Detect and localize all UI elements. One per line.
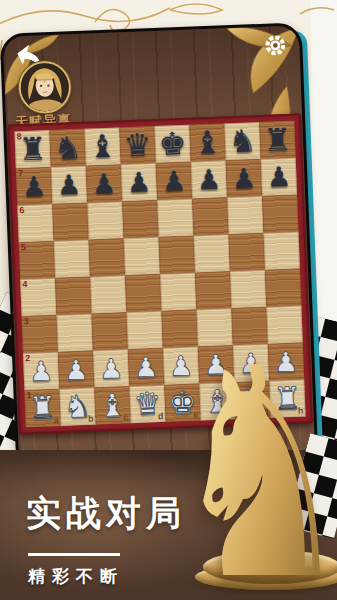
square-b4[interactable] bbox=[55, 277, 91, 315]
white-pawn: ♟ bbox=[93, 349, 129, 387]
square-g5[interactable] bbox=[229, 233, 265, 271]
banner-divider bbox=[28, 553, 120, 556]
square-f8[interactable]: ♝ bbox=[189, 123, 225, 161]
black-king: ♚ bbox=[154, 125, 190, 163]
file-label: b bbox=[88, 415, 94, 424]
square-a2[interactable]: 2♟ bbox=[23, 352, 59, 390]
square-c4[interactable] bbox=[90, 275, 126, 313]
black-pawn: ♟ bbox=[51, 166, 87, 204]
square-d6[interactable] bbox=[122, 200, 158, 238]
square-d2[interactable]: ♟ bbox=[128, 348, 164, 386]
square-a4[interactable]: 4 bbox=[20, 278, 56, 316]
rank-label: 3 bbox=[24, 317, 29, 326]
square-b3[interactable] bbox=[57, 314, 93, 352]
black-pawn: ♟ bbox=[191, 160, 227, 198]
banner-title: 实战对局 bbox=[26, 490, 186, 537]
square-c7[interactable]: ♟ bbox=[86, 164, 122, 202]
black-pawn: ♟ bbox=[121, 163, 157, 201]
file-label: c bbox=[123, 413, 128, 422]
white-pawn: ♟ bbox=[128, 348, 164, 386]
square-d4[interactable] bbox=[125, 274, 161, 312]
square-h5[interactable] bbox=[264, 232, 300, 270]
square-e8[interactable]: ♚ bbox=[154, 125, 190, 163]
black-bishop: ♝ bbox=[84, 127, 120, 165]
square-d1[interactable]: d♛ bbox=[129, 385, 165, 423]
file-label: d bbox=[158, 412, 164, 421]
square-a3[interactable]: 3 bbox=[22, 315, 58, 353]
square-c1[interactable]: c♝ bbox=[94, 386, 130, 424]
gold-knight-statue: ♞ bbox=[177, 352, 337, 592]
black-knight: ♞ bbox=[224, 122, 260, 160]
rank-label: 5 bbox=[21, 243, 26, 252]
square-b2[interactable]: ♟ bbox=[58, 351, 94, 389]
square-a7[interactable]: 7♟ bbox=[16, 167, 52, 205]
square-b5[interactable] bbox=[54, 240, 90, 278]
square-c6[interactable] bbox=[87, 201, 123, 239]
white-pawn: ♟ bbox=[58, 351, 94, 389]
square-c8[interactable]: ♝ bbox=[84, 127, 120, 165]
square-c5[interactable] bbox=[89, 238, 125, 276]
square-g8[interactable]: ♞ bbox=[224, 122, 260, 160]
rank-label: 1 bbox=[26, 391, 31, 400]
square-d3[interactable] bbox=[126, 311, 162, 349]
black-knight: ♞ bbox=[49, 129, 85, 167]
square-e6[interactable] bbox=[157, 199, 193, 237]
knight-statue-icon: ♞ bbox=[170, 364, 337, 580]
square-f5[interactable] bbox=[194, 234, 230, 272]
square-g6[interactable] bbox=[227, 196, 263, 234]
rank-label: 8 bbox=[16, 132, 21, 141]
rank-label: 6 bbox=[19, 206, 24, 215]
square-c3[interactable] bbox=[92, 312, 128, 350]
square-b8[interactable]: ♞ bbox=[49, 129, 85, 167]
black-pawn: ♟ bbox=[261, 158, 297, 196]
rank-label: 2 bbox=[25, 354, 30, 363]
black-rook: ♜ bbox=[259, 121, 295, 159]
square-e7[interactable]: ♟ bbox=[156, 162, 192, 200]
avatar-portrait bbox=[20, 62, 70, 112]
gear-icon[interactable] bbox=[263, 33, 288, 58]
square-a1[interactable]: 1a♜ bbox=[24, 389, 60, 427]
square-c2[interactable]: ♟ bbox=[93, 349, 129, 387]
square-a6[interactable]: 6 bbox=[17, 204, 53, 242]
banner-subtitle: 精彩不断 bbox=[28, 565, 124, 588]
file-label: a bbox=[53, 416, 58, 425]
square-b1[interactable]: b♞ bbox=[59, 388, 95, 426]
black-pawn: ♟ bbox=[226, 159, 262, 197]
square-a5[interactable]: 5 bbox=[19, 241, 55, 279]
black-pawn: ♟ bbox=[86, 164, 122, 202]
square-h8[interactable]: ♜ bbox=[259, 121, 295, 159]
square-b6[interactable] bbox=[52, 203, 88, 241]
square-e5[interactable] bbox=[159, 236, 195, 274]
square-h6[interactable] bbox=[262, 195, 298, 233]
black-bishop: ♝ bbox=[189, 123, 225, 161]
black-queen: ♛ bbox=[119, 126, 155, 164]
player-avatar[interactable] bbox=[18, 60, 72, 114]
square-h7[interactable]: ♟ bbox=[261, 158, 297, 196]
square-d5[interactable] bbox=[124, 237, 160, 275]
square-f7[interactable]: ♟ bbox=[191, 160, 227, 198]
square-a8[interactable]: 8♜ bbox=[14, 130, 50, 168]
rank-label: 7 bbox=[18, 169, 23, 178]
square-g7[interactable]: ♟ bbox=[226, 159, 262, 197]
square-d8[interactable]: ♛ bbox=[119, 126, 155, 164]
square-d7[interactable]: ♟ bbox=[121, 163, 157, 201]
black-pawn: ♟ bbox=[156, 162, 192, 200]
rank-label: 4 bbox=[22, 280, 27, 289]
square-f6[interactable] bbox=[192, 197, 228, 235]
square-b7[interactable]: ♟ bbox=[51, 166, 87, 204]
